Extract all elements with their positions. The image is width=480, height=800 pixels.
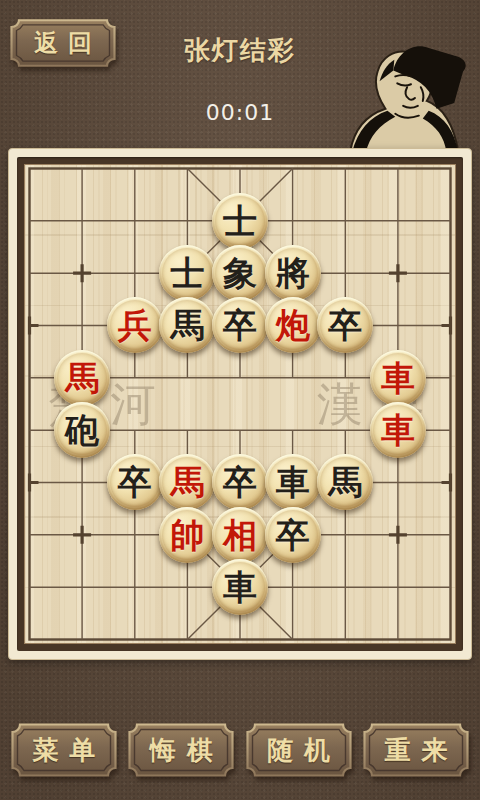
piece-character: 炮 [276, 308, 310, 342]
piece-character: 象 [223, 256, 257, 290]
board-wood-area: 楚河 漢界 士士象將兵馬卒炮卒馬車砲車卒馬卒車馬帥相卒車 [24, 164, 456, 644]
piece-character: 車 [381, 361, 415, 395]
piece-帥[interactable]: 帥 [159, 507, 215, 563]
xiangqi-board[interactable]: 楚河 漢界 士士象將兵馬卒炮卒馬車砲車卒馬卒車馬帥相卒車 [8, 148, 472, 660]
pieces-layer: 士士象將兵馬卒炮卒馬車砲車卒馬卒車馬帥相卒車 [25, 165, 455, 643]
piece-卒[interactable]: 卒 [317, 297, 373, 353]
piece-character: 兵 [118, 308, 152, 342]
piece-character: 相 [223, 518, 257, 552]
piece-卒[interactable]: 卒 [212, 454, 268, 510]
piece-character: 卒 [328, 308, 362, 342]
board-frame: 楚河 漢界 士士象將兵馬卒炮卒馬車砲車卒馬卒車馬帥相卒車 [17, 157, 463, 651]
scholar-illustration [341, 44, 480, 152]
piece-character: 卒 [276, 518, 310, 552]
piece-將[interactable]: 將 [265, 245, 321, 301]
restart-button-label: 重来 [363, 723, 480, 777]
piece-character: 士 [223, 204, 257, 238]
piece-卒[interactable]: 卒 [212, 297, 268, 353]
piece-character: 卒 [223, 465, 257, 499]
piece-character: 卒 [223, 308, 257, 342]
game-screen: 返回 张灯结彩 00:01 楚河 漢界 [0, 0, 480, 800]
piece-車[interactable]: 車 [212, 559, 268, 615]
piece-馬[interactable]: 馬 [54, 350, 110, 406]
piece-車[interactable]: 車 [370, 350, 426, 406]
piece-卒[interactable]: 卒 [265, 507, 321, 563]
piece-卒[interactable]: 卒 [107, 454, 163, 510]
piece-車[interactable]: 車 [265, 454, 321, 510]
piece-士[interactable]: 士 [212, 193, 268, 249]
piece-character: 馬 [65, 361, 99, 395]
undo-button-label: 悔棋 [128, 723, 245, 777]
piece-character: 車 [276, 465, 310, 499]
piece-馬[interactable]: 馬 [317, 454, 373, 510]
piece-character: 卒 [118, 465, 152, 499]
piece-character: 馬 [170, 465, 204, 499]
piece-砲[interactable]: 砲 [54, 402, 110, 458]
piece-character: 將 [276, 256, 310, 290]
piece-士[interactable]: 士 [159, 245, 215, 301]
piece-character: 士 [170, 256, 204, 290]
restart-button[interactable]: 重来 [363, 723, 469, 777]
random-button[interactable]: 随机 [246, 723, 352, 777]
piece-兵[interactable]: 兵 [107, 297, 163, 353]
random-button-label: 随机 [246, 723, 363, 777]
piece-相[interactable]: 相 [212, 507, 268, 563]
piece-character: 馬 [328, 465, 362, 499]
undo-button[interactable]: 悔棋 [128, 723, 234, 777]
menu-button[interactable]: 菜单 [11, 723, 117, 777]
piece-馬[interactable]: 馬 [159, 454, 215, 510]
piece-character: 車 [381, 413, 415, 447]
piece-character: 帥 [170, 518, 204, 552]
piece-character: 馬 [170, 308, 204, 342]
piece-character: 砲 [65, 413, 99, 447]
piece-炮[interactable]: 炮 [265, 297, 321, 353]
menu-button-label: 菜单 [11, 723, 128, 777]
bottom-bar: 菜单 悔棋 随机 重来 [0, 723, 480, 777]
piece-車[interactable]: 車 [370, 402, 426, 458]
piece-馬[interactable]: 馬 [159, 297, 215, 353]
piece-character: 車 [223, 570, 257, 604]
piece-象[interactable]: 象 [212, 245, 268, 301]
